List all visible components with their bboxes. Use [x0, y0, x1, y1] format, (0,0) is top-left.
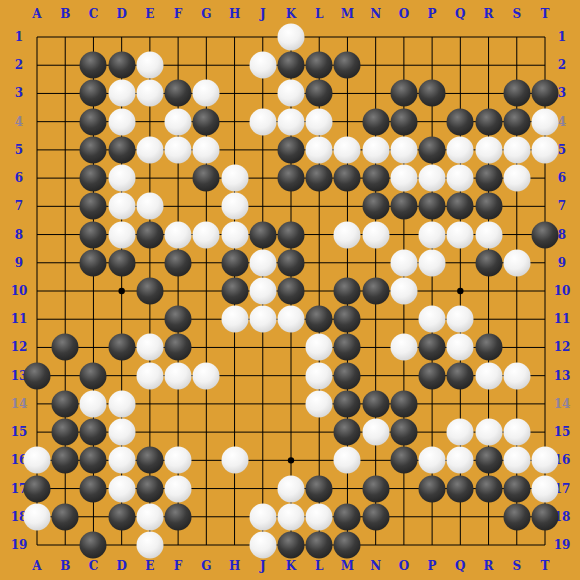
stone-black[interactable]: [362, 390, 389, 417]
row-label-right: 14: [554, 398, 571, 410]
stone-white[interactable]: [221, 447, 248, 474]
column-label-top: D: [116, 8, 126, 20]
stone-black[interactable]: [80, 52, 107, 79]
stone-white[interactable]: [136, 52, 163, 79]
star-point: [457, 288, 463, 294]
stone-black[interactable]: [306, 475, 333, 502]
stone-white[interactable]: [108, 475, 135, 502]
stone-black[interactable]: [278, 221, 305, 248]
stone-black[interactable]: [306, 532, 333, 559]
stone-black[interactable]: [447, 362, 474, 389]
column-label-bottom: L: [315, 560, 323, 572]
column-label-top: K: [286, 8, 296, 20]
row-label-right: 7: [558, 200, 566, 212]
stone-white[interactable]: [136, 334, 163, 361]
stone-black[interactable]: [362, 165, 389, 192]
column-label-top: C: [89, 8, 99, 20]
stone-white[interactable]: [503, 419, 530, 446]
row-label-right: 11: [554, 313, 571, 325]
stone-white[interactable]: [136, 503, 163, 530]
stone-white[interactable]: [165, 447, 192, 474]
stone-black[interactable]: [24, 362, 51, 389]
stone-black[interactable]: [165, 80, 192, 107]
stone-black[interactable]: [475, 475, 502, 502]
row-label-left: 10: [11, 285, 28, 297]
stone-white[interactable]: [419, 221, 446, 248]
stone-white[interactable]: [221, 165, 248, 192]
stone-black[interactable]: [334, 532, 361, 559]
stone-black[interactable]: [306, 165, 333, 192]
stone-black[interactable]: [52, 390, 79, 417]
stone-white[interactable]: [136, 193, 163, 220]
stone-white[interactable]: [306, 108, 333, 135]
stone-black[interactable]: [80, 108, 107, 135]
row-label-right: 5: [558, 144, 566, 156]
stone-white[interactable]: [475, 221, 502, 248]
stone-black[interactable]: [108, 136, 135, 163]
stone-black[interactable]: [503, 80, 530, 107]
stone-black[interactable]: [362, 108, 389, 135]
stone-white[interactable]: [278, 24, 305, 51]
stone-white[interactable]: [419, 306, 446, 333]
column-label-bottom: H: [229, 560, 240, 572]
column-label-bottom: N: [370, 560, 381, 572]
stone-white[interactable]: [390, 249, 417, 276]
column-label-top: H: [229, 8, 240, 20]
row-label-left: 8: [15, 229, 23, 241]
column-label-bottom: J: [260, 560, 266, 572]
stone-white[interactable]: [24, 503, 51, 530]
stone-black[interactable]: [193, 108, 220, 135]
stone-white[interactable]: [503, 136, 530, 163]
stone-black[interactable]: [503, 475, 530, 502]
column-label-bottom: G: [201, 560, 211, 572]
stone-white[interactable]: [306, 334, 333, 361]
stone-black[interactable]: [52, 334, 79, 361]
stone-black[interactable]: [306, 80, 333, 107]
row-label-right: 12: [554, 341, 571, 353]
stone-black[interactable]: [532, 503, 559, 530]
column-label-bottom: R: [484, 560, 494, 572]
row-label-right: 2: [558, 59, 566, 71]
column-label-top: B: [60, 8, 70, 20]
stone-white[interactable]: [503, 249, 530, 276]
stone-black[interactable]: [390, 447, 417, 474]
stone-black[interactable]: [362, 503, 389, 530]
stone-white[interactable]: [108, 80, 135, 107]
column-label-top: E: [145, 8, 154, 20]
stone-black[interactable]: [475, 165, 502, 192]
stone-white[interactable]: [306, 362, 333, 389]
stone-white[interactable]: [362, 221, 389, 248]
stone-white[interactable]: [419, 447, 446, 474]
column-label-bottom: Q: [455, 560, 465, 572]
stone-white[interactable]: [165, 475, 192, 502]
stone-black[interactable]: [390, 390, 417, 417]
stone-black[interactable]: [447, 108, 474, 135]
row-label-left: 15: [11, 426, 28, 438]
row-label-right: 9: [558, 257, 566, 269]
stone-black[interactable]: [24, 475, 51, 502]
stone-black[interactable]: [390, 80, 417, 107]
row-label-right: 19: [554, 539, 571, 551]
stone-white[interactable]: [447, 419, 474, 446]
column-label-top: F: [174, 8, 183, 20]
stone-black[interactable]: [390, 419, 417, 446]
stone-white[interactable]: [249, 503, 276, 530]
stone-black[interactable]: [80, 249, 107, 276]
stone-white[interactable]: [390, 278, 417, 305]
row-label-left: 4: [15, 116, 23, 128]
stone-black[interactable]: [136, 221, 163, 248]
stone-black[interactable]: [419, 193, 446, 220]
column-label-top: L: [315, 8, 323, 20]
stone-black[interactable]: [278, 165, 305, 192]
row-label-left: 12: [11, 341, 28, 353]
stone-white[interactable]: [108, 221, 135, 248]
column-label-bottom: M: [341, 560, 354, 572]
row-label-left: 14: [11, 398, 28, 410]
column-label-top: G: [201, 8, 211, 20]
stone-white[interactable]: [278, 108, 305, 135]
stone-white[interactable]: [306, 503, 333, 530]
column-label-top: T: [541, 8, 550, 20]
stone-white[interactable]: [136, 362, 163, 389]
stone-white[interactable]: [278, 475, 305, 502]
stone-black[interactable]: [80, 419, 107, 446]
row-label-right: 6: [558, 172, 566, 184]
stone-black[interactable]: [80, 165, 107, 192]
stone-black[interactable]: [278, 249, 305, 276]
row-label-left: 19: [11, 539, 28, 551]
stone-white[interactable]: [447, 334, 474, 361]
stone-white[interactable]: [136, 80, 163, 107]
stone-white[interactable]: [80, 390, 107, 417]
stone-white[interactable]: [221, 306, 248, 333]
row-label-left: 9: [15, 257, 23, 269]
stone-black[interactable]: [334, 334, 361, 361]
stone-white[interactable]: [362, 136, 389, 163]
stone-black[interactable]: [193, 165, 220, 192]
stone-white[interactable]: [419, 165, 446, 192]
stone-white[interactable]: [24, 447, 51, 474]
stone-black[interactable]: [278, 52, 305, 79]
stone-black[interactable]: [503, 503, 530, 530]
stone-black[interactable]: [532, 80, 559, 107]
stone-white[interactable]: [419, 249, 446, 276]
row-label-left: 3: [15, 87, 23, 99]
stone-white[interactable]: [306, 136, 333, 163]
stone-black[interactable]: [419, 136, 446, 163]
row-label-right: 10: [554, 285, 571, 297]
row-label-left: 11: [11, 313, 28, 325]
column-label-bottom: P: [428, 560, 437, 572]
column-label-top: M: [341, 8, 354, 20]
stone-black[interactable]: [108, 249, 135, 276]
stone-white[interactable]: [503, 447, 530, 474]
stone-white[interactable]: [334, 136, 361, 163]
stone-white[interactable]: [306, 390, 333, 417]
star-point: [118, 288, 124, 294]
stone-black[interactable]: [390, 108, 417, 135]
stone-white[interactable]: [447, 306, 474, 333]
stone-black[interactable]: [165, 334, 192, 361]
row-label-left: 7: [15, 200, 23, 212]
stone-white[interactable]: [249, 249, 276, 276]
stone-white[interactable]: [108, 193, 135, 220]
stone-black[interactable]: [475, 108, 502, 135]
stone-black[interactable]: [165, 306, 192, 333]
stone-white[interactable]: [503, 362, 530, 389]
stone-black[interactable]: [80, 447, 107, 474]
row-label-left: 5: [15, 144, 23, 156]
column-label-top: Q: [455, 8, 465, 20]
stone-white[interactable]: [334, 221, 361, 248]
stone-white[interactable]: [278, 80, 305, 107]
stone-black[interactable]: [80, 532, 107, 559]
stone-black[interactable]: [334, 165, 361, 192]
row-label-left: 1: [15, 31, 23, 43]
stone-white[interactable]: [193, 362, 220, 389]
column-label-bottom: S: [512, 560, 521, 572]
column-label-bottom: F: [174, 560, 183, 572]
stone-white[interactable]: [108, 419, 135, 446]
stone-black[interactable]: [136, 475, 163, 502]
stone-white[interactable]: [249, 52, 276, 79]
stone-white[interactable]: [447, 136, 474, 163]
stone-black[interactable]: [80, 80, 107, 107]
stone-white[interactable]: [249, 306, 276, 333]
stone-black[interactable]: [419, 362, 446, 389]
row-label-right: 15: [554, 426, 571, 438]
stone-black[interactable]: [475, 334, 502, 361]
stone-white[interactable]: [447, 165, 474, 192]
stone-black[interactable]: [108, 334, 135, 361]
stone-black[interactable]: [108, 52, 135, 79]
stone-black[interactable]: [390, 193, 417, 220]
stone-white[interactable]: [447, 221, 474, 248]
stone-black[interactable]: [80, 136, 107, 163]
stone-black[interactable]: [52, 447, 79, 474]
stone-white[interactable]: [475, 362, 502, 389]
stone-black[interactable]: [136, 447, 163, 474]
stone-white[interactable]: [532, 475, 559, 502]
stone-black[interactable]: [108, 503, 135, 530]
stone-black[interactable]: [165, 249, 192, 276]
stone-black[interactable]: [52, 503, 79, 530]
stone-black[interactable]: [532, 221, 559, 248]
stone-black[interactable]: [80, 193, 107, 220]
stone-black[interactable]: [165, 503, 192, 530]
stone-black[interactable]: [419, 80, 446, 107]
column-label-top: A: [32, 8, 41, 20]
column-label-top: S: [512, 8, 521, 20]
stone-white[interactable]: [221, 193, 248, 220]
stone-white[interactable]: [390, 334, 417, 361]
stone-white[interactable]: [390, 165, 417, 192]
stone-black[interactable]: [334, 306, 361, 333]
stone-black[interactable]: [306, 52, 333, 79]
column-label-bottom: K: [286, 560, 296, 572]
stone-white[interactable]: [334, 447, 361, 474]
stone-white[interactable]: [390, 136, 417, 163]
row-label-right: 8: [558, 229, 566, 241]
stone-white[interactable]: [165, 108, 192, 135]
stone-black[interactable]: [334, 419, 361, 446]
stone-white[interactable]: [249, 108, 276, 135]
stone-white[interactable]: [193, 136, 220, 163]
stone-white[interactable]: [136, 136, 163, 163]
stone-white[interactable]: [475, 136, 502, 163]
row-label-left: 2: [15, 59, 23, 71]
row-label-right: 13: [554, 370, 571, 382]
stone-black[interactable]: [362, 278, 389, 305]
stone-black[interactable]: [80, 475, 107, 502]
row-label-right: 3: [558, 87, 566, 99]
star-point: [288, 457, 294, 463]
stone-black[interactable]: [278, 278, 305, 305]
stone-white[interactable]: [221, 221, 248, 248]
stone-white[interactable]: [532, 447, 559, 474]
stone-white[interactable]: [136, 532, 163, 559]
row-label-right: 4: [558, 116, 566, 128]
stone-black[interactable]: [419, 334, 446, 361]
stone-white[interactable]: [503, 165, 530, 192]
stone-black[interactable]: [249, 221, 276, 248]
column-label-top: N: [370, 8, 381, 20]
stone-black[interactable]: [475, 447, 502, 474]
stone-black[interactable]: [52, 419, 79, 446]
stone-white[interactable]: [249, 532, 276, 559]
stone-black[interactable]: [334, 503, 361, 530]
stone-white[interactable]: [108, 108, 135, 135]
stone-black[interactable]: [278, 532, 305, 559]
stone-white[interactable]: [278, 503, 305, 530]
stone-black[interactable]: [475, 193, 502, 220]
stone-white[interactable]: [278, 306, 305, 333]
column-label-bottom: D: [116, 560, 126, 572]
stone-black[interactable]: [334, 390, 361, 417]
stone-black[interactable]: [221, 249, 248, 276]
stone-white[interactable]: [108, 447, 135, 474]
column-label-bottom: B: [60, 560, 70, 572]
stone-black[interactable]: [306, 306, 333, 333]
stone-black[interactable]: [362, 475, 389, 502]
column-label-top: O: [399, 8, 409, 20]
stone-white[interactable]: [165, 362, 192, 389]
stone-white[interactable]: [165, 221, 192, 248]
stone-black[interactable]: [503, 108, 530, 135]
stone-black[interactable]: [221, 278, 248, 305]
stone-black[interactable]: [447, 475, 474, 502]
column-label-bottom: E: [145, 560, 154, 572]
stone-white[interactable]: [447, 447, 474, 474]
stone-black[interactable]: [80, 221, 107, 248]
stone-black[interactable]: [447, 193, 474, 220]
stone-white[interactable]: [532, 108, 559, 135]
row-label-left: 6: [15, 172, 23, 184]
stone-black[interactable]: [419, 475, 446, 502]
stone-white[interactable]: [193, 221, 220, 248]
stone-black[interactable]: [334, 362, 361, 389]
stone-white[interactable]: [532, 136, 559, 163]
go-board[interactable]: AABBCCDDEEFFGGHHJJKKLLMMNNOOPPQQRRSSTT11…: [0, 0, 580, 580]
stone-white[interactable]: [475, 419, 502, 446]
column-label-top: P: [428, 8, 437, 20]
stone-black[interactable]: [362, 193, 389, 220]
stone-black[interactable]: [278, 136, 305, 163]
stone-black[interactable]: [80, 362, 107, 389]
stone-white[interactable]: [108, 165, 135, 192]
column-label-bottom: O: [399, 560, 409, 572]
stone-white[interactable]: [165, 136, 192, 163]
stone-white[interactable]: [249, 278, 276, 305]
column-label-bottom: A: [32, 560, 41, 572]
stone-black[interactable]: [334, 278, 361, 305]
column-label-top: J: [260, 8, 266, 20]
column-label-bottom: T: [541, 560, 550, 572]
stone-black[interactable]: [475, 249, 502, 276]
stone-white[interactable]: [193, 80, 220, 107]
stone-black[interactable]: [136, 278, 163, 305]
stone-white[interactable]: [362, 419, 389, 446]
row-label-right: 1: [558, 31, 566, 43]
stone-white[interactable]: [108, 390, 135, 417]
column-label-top: R: [484, 8, 494, 20]
column-label-bottom: C: [89, 560, 99, 572]
stone-black[interactable]: [334, 52, 361, 79]
